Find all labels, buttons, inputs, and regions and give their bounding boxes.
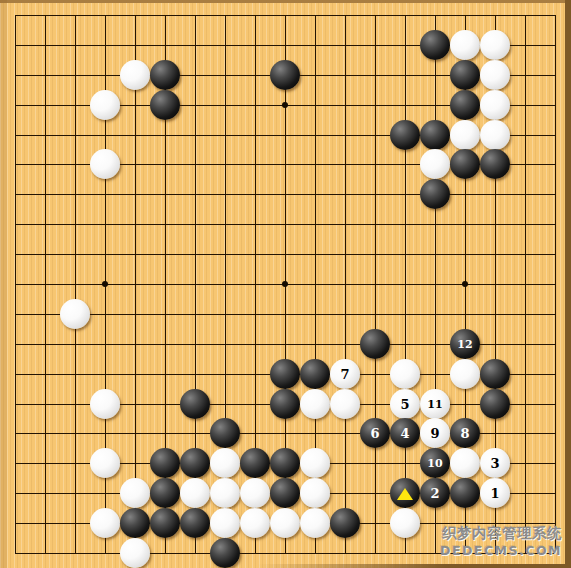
grid-line-vertical [525, 15, 526, 554]
white-stone [450, 30, 480, 60]
black-stone [420, 120, 450, 150]
white-stone: 1 [480, 478, 510, 508]
move-number-label: 8 [460, 427, 469, 440]
move-number-label: 2 [430, 487, 439, 500]
black-stone: 8 [450, 418, 480, 448]
black-stone [450, 149, 480, 179]
black-stone [150, 448, 180, 478]
white-stone: 3 [480, 448, 510, 478]
white-stone [210, 448, 240, 478]
white-stone [90, 149, 120, 179]
move-number-label: 9 [430, 427, 439, 440]
black-stone [150, 478, 180, 508]
black-stone [210, 418, 240, 448]
black-stone [450, 60, 480, 90]
white-stone [90, 90, 120, 120]
star-point [462, 281, 468, 287]
white-stone [450, 120, 480, 150]
black-stone [270, 448, 300, 478]
black-stone: 12 [450, 329, 480, 359]
white-stone [90, 448, 120, 478]
move-number-label: 5 [400, 398, 409, 411]
move-number-label: 10 [427, 458, 442, 469]
board-edge-bottom [0, 564, 571, 568]
watermark: 织梦内容管理系统 DEDECMS.COM [440, 524, 562, 558]
grid-line-vertical [555, 15, 556, 554]
move-number-label: 3 [490, 457, 499, 470]
white-stone [450, 448, 480, 478]
star-point [282, 102, 288, 108]
board-edge-left [0, 0, 7, 568]
white-stone [210, 508, 240, 538]
move-number-label: 6 [370, 427, 379, 440]
black-stone [270, 60, 300, 90]
white-stone [270, 508, 300, 538]
white-stone: 5 [390, 389, 420, 419]
move-number-label: 1 [490, 487, 499, 500]
triangle-marker-icon [397, 488, 413, 500]
black-stone: 2 [420, 478, 450, 508]
star-point [282, 281, 288, 287]
grid-line-horizontal [15, 314, 556, 315]
black-stone [270, 389, 300, 419]
black-stone [180, 389, 210, 419]
star-point [102, 281, 108, 287]
grid-line-vertical [345, 15, 346, 554]
white-stone [450, 359, 480, 389]
black-stone [330, 508, 360, 538]
black-stone [480, 359, 510, 389]
black-stone [150, 90, 180, 120]
white-stone [90, 389, 120, 419]
watermark-line2: DEDECMS.COM [440, 543, 562, 558]
white-stone [330, 389, 360, 419]
white-stone [300, 389, 330, 419]
grid-line-vertical [405, 15, 406, 554]
black-stone [270, 478, 300, 508]
black-stone [240, 448, 270, 478]
black-stone [150, 508, 180, 538]
black-stone [390, 478, 420, 508]
board-edge-right [565, 0, 571, 568]
white-stone [300, 508, 330, 538]
black-stone: 10 [420, 448, 450, 478]
white-stone [390, 359, 420, 389]
white-stone [480, 120, 510, 150]
black-stone [210, 538, 240, 568]
go-board: 127511649810321 织梦内容管理系统 DEDECMS.COM [0, 0, 571, 568]
move-number-label: 12 [457, 339, 472, 350]
white-stone [240, 508, 270, 538]
move-number-label: 7 [340, 368, 349, 381]
black-stone [480, 389, 510, 419]
white-stone [90, 508, 120, 538]
black-stone [450, 90, 480, 120]
white-stone [180, 478, 210, 508]
white-stone: 9 [420, 418, 450, 448]
board-edge-top [0, 0, 571, 3]
white-stone [120, 538, 150, 568]
black-stone [420, 30, 450, 60]
black-stone [180, 448, 210, 478]
grid-line-vertical [375, 15, 376, 554]
white-stone [240, 478, 270, 508]
white-stone [300, 478, 330, 508]
white-stone [480, 60, 510, 90]
white-stone [480, 90, 510, 120]
white-stone [390, 508, 420, 538]
white-stone [420, 149, 450, 179]
watermark-line1: 织梦内容管理系统 [440, 524, 562, 543]
black-stone [270, 359, 300, 389]
black-stone [480, 149, 510, 179]
white-stone [120, 478, 150, 508]
white-stone: 11 [420, 389, 450, 419]
white-stone [300, 448, 330, 478]
white-stone [210, 478, 240, 508]
move-number-label: 11 [427, 399, 442, 410]
black-stone [450, 478, 480, 508]
black-stone [390, 120, 420, 150]
black-stone: 6 [360, 418, 390, 448]
black-stone [420, 179, 450, 209]
white-stone [480, 30, 510, 60]
white-stone [60, 299, 90, 329]
black-stone [300, 359, 330, 389]
black-stone: 4 [390, 418, 420, 448]
black-stone [120, 508, 150, 538]
move-number-label: 4 [400, 427, 409, 440]
black-stone [150, 60, 180, 90]
white-stone [120, 60, 150, 90]
black-stone [180, 508, 210, 538]
white-stone: 7 [330, 359, 360, 389]
black-stone [360, 329, 390, 359]
